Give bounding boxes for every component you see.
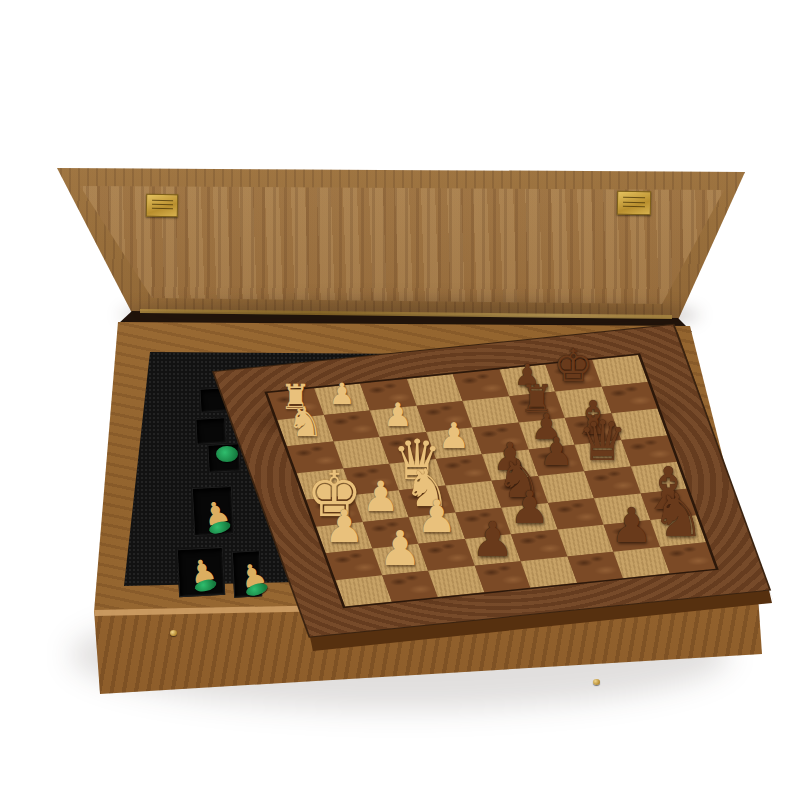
brass-pin-right bbox=[593, 679, 600, 685]
piece-white-pawn-g2[interactable]: ♟ bbox=[378, 524, 421, 572]
piece-black-pawn-f5[interactable]: ♟ bbox=[509, 486, 549, 531]
piece-white-pawn-e2[interactable]: ♟ bbox=[362, 476, 399, 518]
brass-logo-plaque-left bbox=[146, 194, 178, 218]
piece-white-pawn-a2[interactable]: ♟ bbox=[329, 380, 355, 409]
piece-white-pawn-c4[interactable]: ♟ bbox=[438, 419, 470, 455]
brass-pin-left bbox=[170, 630, 177, 636]
foam-slot-2 bbox=[195, 417, 226, 445]
piece-white-pawn-b3[interactable]: ♟ bbox=[383, 399, 412, 431]
piece-black-knight-g8[interactable]: ♞ bbox=[651, 485, 705, 545]
piece-black-king-a7[interactable]: ♚ bbox=[554, 343, 594, 387]
product-photo-chess-case: ♟♟♟ ♝♞♚♝♛♟♟♜♟♟♟♞♟♟♟♟♛♞♟♟♟♟♜♞♚♟ bbox=[0, 0, 800, 800]
brass-logo-plaque-right bbox=[617, 191, 651, 216]
piece-black-queen-d7[interactable]: ♛ bbox=[578, 414, 628, 469]
piece-white-pawn-f3[interactable]: ♟ bbox=[416, 495, 456, 540]
piece-white-pawn-f1[interactable]: ♟ bbox=[324, 505, 364, 550]
piece-black-pawn-d6[interactable]: ♟ bbox=[539, 433, 574, 472]
piece-black-pawn-g7[interactable]: ♟ bbox=[610, 500, 653, 548]
piece-white-knight-b1[interactable]: ♞ bbox=[287, 402, 323, 443]
loose-felt-disc bbox=[216, 446, 238, 462]
piece-black-pawn-g4[interactable]: ♟ bbox=[471, 515, 514, 563]
